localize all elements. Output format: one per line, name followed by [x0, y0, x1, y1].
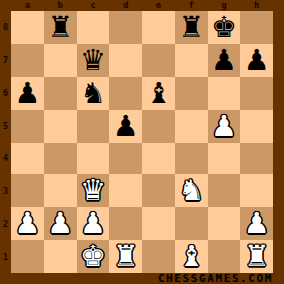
square-f4[interactable]: [175, 143, 208, 174]
square-g7[interactable]: ♟: [208, 44, 241, 77]
square-e8[interactable]: [142, 11, 175, 44]
file-label-h: h: [240, 0, 273, 11]
square-a3[interactable]: [11, 174, 44, 207]
square-a6[interactable]: ♟: [11, 77, 44, 110]
square-e5[interactable]: [142, 110, 175, 143]
square-g6[interactable]: [208, 77, 241, 110]
square-g1[interactable]: [208, 240, 241, 273]
square-b1[interactable]: [44, 240, 77, 273]
square-c6[interactable]: ♞: [77, 77, 110, 110]
square-a4[interactable]: [11, 143, 44, 174]
square-g4[interactable]: [208, 143, 241, 174]
square-b2[interactable]: ♟: [44, 207, 77, 240]
square-b4[interactable]: [44, 143, 77, 174]
file-label-a: a: [11, 0, 44, 11]
rank-label-1: 1: [0, 240, 11, 273]
piece-black-rook: ♜: [178, 11, 204, 44]
square-a2[interactable]: ♟: [11, 207, 44, 240]
square-a1[interactable]: [11, 240, 44, 273]
site-credit: CHESSGAMES.COM: [158, 273, 273, 284]
square-d5[interactable]: ♟: [109, 110, 142, 143]
square-g5[interactable]: ♟: [208, 110, 241, 143]
square-d3[interactable]: [109, 174, 142, 207]
piece-black-rook: ♜: [47, 11, 73, 44]
square-f6[interactable]: [175, 77, 208, 110]
square-f5[interactable]: [175, 110, 208, 143]
piece-white-queen: ♛: [80, 174, 106, 207]
piece-white-pawn: ♟: [80, 207, 106, 240]
piece-black-pawn: ♟: [14, 77, 40, 110]
file-label-c: c: [77, 0, 110, 11]
square-d2[interactable]: [109, 207, 142, 240]
square-a8[interactable]: [11, 11, 44, 44]
square-e3[interactable]: [142, 174, 175, 207]
piece-white-knight: ♞: [178, 174, 204, 207]
piece-black-pawn: ♟: [244, 44, 270, 77]
piece-white-rook: ♜: [113, 240, 139, 273]
piece-white-rook: ♜: [244, 240, 270, 273]
piece-white-pawn: ♟: [47, 207, 73, 240]
square-d7[interactable]: [109, 44, 142, 77]
board: ♜♜♚♛♟♟♟♞♝♟♟♛♞♟♟♟♟♚♜♝♜: [11, 11, 273, 273]
square-d4[interactable]: [109, 143, 142, 174]
square-c3[interactable]: ♛: [77, 174, 110, 207]
square-g8[interactable]: ♚: [208, 11, 241, 44]
square-h2[interactable]: ♟: [240, 207, 273, 240]
rank-label-8: 8: [0, 11, 11, 44]
square-c1[interactable]: ♚: [77, 240, 110, 273]
square-h6[interactable]: [240, 77, 273, 110]
square-g2[interactable]: [208, 207, 241, 240]
square-e4[interactable]: [142, 143, 175, 174]
rank-labels: 87654321: [0, 11, 11, 273]
piece-black-king: ♚: [211, 11, 237, 44]
piece-white-pawn: ♟: [14, 207, 40, 240]
piece-black-queen: ♛: [80, 44, 106, 77]
square-h8[interactable]: [240, 11, 273, 44]
piece-black-knight: ♞: [80, 77, 106, 110]
chess-diagram: abcdefgh 87654321 ♜♜♚♛♟♟♟♞♝♟♟♛♞♟♟♟♟♚♜♝♜ …: [0, 0, 284, 284]
rank-label-3: 3: [0, 175, 11, 208]
square-c8[interactable]: [77, 11, 110, 44]
square-d6[interactable]: [109, 77, 142, 110]
square-c5[interactable]: [77, 110, 110, 143]
square-e7[interactable]: [142, 44, 175, 77]
square-f7[interactable]: [175, 44, 208, 77]
square-d8[interactable]: [109, 11, 142, 44]
piece-black-pawn: ♟: [211, 44, 237, 77]
piece-white-bishop: ♝: [178, 240, 204, 273]
square-h5[interactable]: [240, 110, 273, 143]
piece-white-pawn: ♟: [244, 207, 270, 240]
square-b8[interactable]: ♜: [44, 11, 77, 44]
square-h7[interactable]: ♟: [240, 44, 273, 77]
rank-label-6: 6: [0, 77, 11, 110]
piece-white-king: ♚: [80, 240, 106, 273]
square-b5[interactable]: [44, 110, 77, 143]
square-h3[interactable]: [240, 174, 273, 207]
piece-black-bishop: ♝: [145, 77, 171, 110]
square-b6[interactable]: [44, 77, 77, 110]
square-a5[interactable]: [11, 110, 44, 143]
square-e6[interactable]: ♝: [142, 77, 175, 110]
rank-label-7: 7: [0, 44, 11, 77]
file-label-e: e: [142, 0, 175, 11]
rank-label-4: 4: [0, 142, 11, 175]
square-b3[interactable]: [44, 174, 77, 207]
square-h4[interactable]: [240, 143, 273, 174]
square-e1[interactable]: [142, 240, 175, 273]
square-c4[interactable]: [77, 143, 110, 174]
square-f2[interactable]: [175, 207, 208, 240]
square-f1[interactable]: ♝: [175, 240, 208, 273]
square-g3[interactable]: [208, 174, 241, 207]
file-label-d: d: [109, 0, 142, 11]
rank-label-5: 5: [0, 109, 11, 142]
square-c7[interactable]: ♛: [77, 44, 110, 77]
square-b7[interactable]: [44, 44, 77, 77]
rank-label-2: 2: [0, 208, 11, 241]
square-c2[interactable]: ♟: [77, 207, 110, 240]
piece-black-pawn: ♟: [113, 110, 139, 143]
square-f8[interactable]: ♜: [175, 11, 208, 44]
square-h1[interactable]: ♜: [240, 240, 273, 273]
square-e2[interactable]: [142, 207, 175, 240]
square-d1[interactable]: ♜: [109, 240, 142, 273]
square-f3[interactable]: ♞: [175, 174, 208, 207]
piece-white-pawn: ♟: [211, 110, 237, 143]
square-a7[interactable]: [11, 44, 44, 77]
